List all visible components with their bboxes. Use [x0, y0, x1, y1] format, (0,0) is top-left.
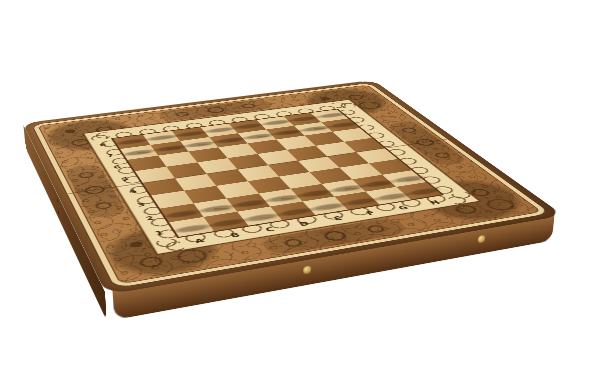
- product-photo-scene: ABCDEFGH12345678 ♜♞♝♛♚♝♞♜♟♟♟♟♟♟♟♟♟♟♟♟♟♟♟…: [0, 0, 600, 380]
- brass-pin-icon: [304, 266, 312, 275]
- white-rook-icon: ♜: [164, 177, 217, 231]
- brass-pin-icon: [478, 235, 485, 243]
- chess-board: ABCDEFGH12345678 ♜♞♝♛♚♝♞♜♟♟♟♟♟♟♟♟♟♟♟♟♟♟♟…: [23, 80, 564, 295]
